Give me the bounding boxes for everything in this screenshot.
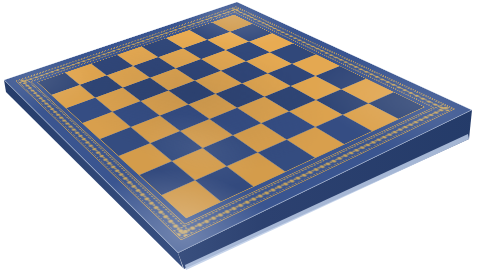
board-grid	[38, 15, 424, 218]
chessboard	[4, 2, 472, 253]
board-photo	[0, 0, 480, 277]
playing-field	[37, 15, 425, 219]
